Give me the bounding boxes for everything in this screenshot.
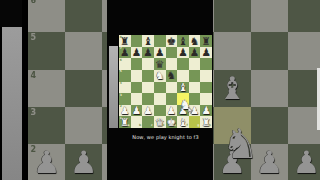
square-a3[interactable]: 3 [119, 93, 131, 105]
square-d5[interactable]: ♞ [154, 70, 166, 82]
square-g4[interactable] [189, 82, 201, 94]
video-frame: 8♜♝♚♝♞♜7♟♟♟♟♟♟♟6♛5♞♞4♝32♟♟♟♟♟♟♟1a♜bcd♛e♚… [0, 0, 320, 180]
square-c5[interactable] [142, 70, 154, 82]
square-h2[interactable]: ♟ [200, 105, 212, 117]
square-e6[interactable] [166, 58, 178, 70]
square-g2: ♟ [251, 144, 288, 180]
piece-black-pawn[interactable]: ♟ [154, 47, 166, 59]
square-h1[interactable]: h♜ [200, 116, 212, 128]
piece-black-knight[interactable]: ♞ [166, 70, 178, 82]
square-d2[interactable] [154, 105, 166, 117]
piece-white-rook[interactable]: ♜ [119, 116, 131, 128]
rank-label-6: 6 [120, 59, 122, 62]
piece-white-pawn[interactable]: ♟ [200, 105, 212, 117]
piece-black-bishop[interactable]: ♝ [142, 35, 154, 47]
square-a7[interactable]: 7♟ [119, 47, 131, 59]
square-b5[interactable] [131, 70, 143, 82]
square-b5 [65, 32, 102, 69]
square-a5: 5 [28, 32, 65, 69]
piece-white-pawn: ♟ [251, 144, 288, 180]
square-a4[interactable]: 4 [119, 82, 131, 94]
square-b3 [65, 107, 102, 144]
square-e3[interactable] [166, 93, 178, 105]
square-h4 [288, 70, 320, 107]
piece-black-pawn[interactable]: ♟ [142, 47, 154, 59]
square-g6 [251, 0, 288, 32]
file-label-e: e [174, 124, 176, 127]
piece-white-bishop[interactable]: ♝ [177, 82, 189, 94]
piece-white-queen[interactable]: ♛ [154, 116, 166, 128]
piece-black-pawn[interactable]: ♟ [177, 47, 189, 59]
piece-white-pawn[interactable]: ♟ [131, 105, 143, 117]
square-a5[interactable]: 5 [119, 70, 131, 82]
file-label-c: c [151, 124, 153, 127]
piece-black-king[interactable]: ♚ [166, 35, 178, 47]
square-e7[interactable] [166, 47, 178, 59]
square-f1[interactable]: f♝ [177, 116, 189, 128]
square-b1[interactable]: b [131, 116, 143, 128]
piece-black-pawn[interactable]: ♟ [189, 47, 201, 59]
square-f6[interactable] [177, 58, 189, 70]
file-label-b: b [139, 124, 141, 127]
square-e8[interactable]: ♚ [166, 35, 178, 47]
square-b6[interactable] [131, 58, 143, 70]
piece-black-pawn[interactable]: ♟ [131, 47, 143, 59]
square-h2: ♟ [288, 144, 320, 180]
square-f8[interactable]: ♝ [177, 35, 189, 47]
rank-label-8: 8 [120, 36, 122, 39]
rank-label-5: 5 [31, 34, 37, 42]
piece-white-knight[interactable]: ♞ [154, 70, 166, 82]
piece-white-pawn: ♟ [214, 144, 251, 180]
square-c7[interactable]: ♟ [142, 47, 154, 59]
square-c2[interactable]: ♟ [142, 105, 154, 117]
piece-white-bishop[interactable]: ♝ [177, 116, 189, 128]
square-g3 [251, 107, 288, 144]
file-label-g: g [197, 124, 199, 127]
square-b4[interactable] [131, 82, 143, 94]
square-f5 [214, 32, 251, 69]
square-h6 [288, 0, 320, 32]
square-d6[interactable]: ♛ [154, 58, 166, 70]
square-h5[interactable] [200, 70, 212, 82]
mouse-cursor-icon [188, 99, 193, 106]
square-g7[interactable]: ♟ [189, 47, 201, 59]
square-g5[interactable] [189, 70, 201, 82]
square-f4[interactable]: ♝ [177, 82, 189, 94]
square-e1[interactable]: e♚ [166, 116, 178, 128]
square-b2: ♟ [65, 144, 102, 180]
square-f3 [214, 107, 251, 144]
piece-white-pawn[interactable]: ♟ [119, 105, 131, 117]
square-a1[interactable]: 1a♜ [119, 116, 131, 128]
square-d3[interactable] [154, 93, 166, 105]
square-e5[interactable]: ♞ [166, 70, 178, 82]
file-label-d: d [162, 124, 164, 127]
square-f6 [214, 0, 251, 32]
square-b3[interactable] [131, 93, 143, 105]
file-label-a: a [128, 124, 130, 127]
square-c3[interactable] [142, 93, 154, 105]
rank-label-4: 4 [120, 82, 122, 85]
square-a2: 2♟ [28, 144, 65, 180]
piece-black-queen[interactable]: ♛ [154, 58, 166, 70]
square-e4[interactable] [166, 82, 178, 94]
piece-black-knight[interactable]: ♞ [189, 35, 201, 47]
square-f2: ♟ [214, 144, 251, 180]
square-g4 [251, 70, 288, 107]
rank-label-1: 1 [120, 117, 122, 120]
square-b8[interactable] [131, 35, 143, 47]
file-label-f: f [186, 124, 187, 127]
piece-white-rook[interactable]: ♜ [200, 116, 212, 128]
rank-label-6: 6 [31, 0, 37, 5]
piece-white-pawn[interactable]: ♟ [166, 105, 178, 117]
caption-text: Now, we play knight to f3 [119, 134, 212, 140]
square-a2[interactable]: 2♟ [119, 105, 131, 117]
square-b2[interactable]: ♟ [131, 105, 143, 117]
piece-black-bishop[interactable]: ♝ [177, 35, 189, 47]
background-gray-panel [2, 27, 22, 180]
square-g1[interactable]: g [189, 116, 201, 128]
piece-white-pawn[interactable]: ♟ [142, 105, 154, 117]
rank-label-5: 5 [120, 70, 122, 73]
square-a6[interactable]: 6 [119, 58, 131, 70]
square-g6[interactable] [189, 58, 201, 70]
square-h5 [288, 32, 320, 69]
square-h3 [288, 107, 320, 144]
piece-black-rook[interactable]: ♜ [119, 35, 131, 47]
square-d8[interactable] [154, 35, 166, 47]
rank-label-4: 4 [31, 72, 37, 80]
square-h8[interactable]: ♜ [200, 35, 212, 47]
rank-label-3: 3 [120, 94, 122, 97]
piece-white-pawn: ♟ [28, 144, 65, 180]
square-c6[interactable] [142, 58, 154, 70]
square-a8[interactable]: 8♜ [119, 35, 131, 47]
piece-white-bishop: ♝ [214, 70, 251, 107]
square-d4[interactable] [154, 82, 166, 94]
rank-label-7: 7 [120, 47, 122, 50]
square-c1[interactable]: c [142, 116, 154, 128]
piece-white-pawn: ♟ [65, 144, 102, 180]
piece-white-pawn: ♟ [288, 144, 320, 180]
square-h7[interactable]: ♟ [200, 47, 212, 59]
square-b6 [65, 0, 102, 32]
square-h4[interactable] [200, 82, 212, 94]
square-b4 [65, 70, 102, 107]
square-g8[interactable]: ♞ [189, 35, 201, 47]
piece-white-king[interactable]: ♚ [166, 116, 178, 128]
square-c4[interactable] [142, 82, 154, 94]
square-a4: 4 [28, 70, 65, 107]
square-g5 [251, 32, 288, 69]
square-c8[interactable]: ♝ [142, 35, 154, 47]
square-a6: 6 [28, 0, 65, 32]
rank-label-2: 2 [120, 105, 122, 108]
piece-black-rook[interactable]: ♜ [200, 35, 212, 47]
square-f7[interactable]: ♟ [177, 47, 189, 59]
square-h6[interactable] [200, 58, 212, 70]
scrollbar[interactable] [109, 46, 118, 128]
background-black-box [0, 0, 22, 27]
square-d7[interactable]: ♟ [154, 47, 166, 59]
square-h3[interactable] [200, 93, 212, 105]
square-f5[interactable] [177, 70, 189, 82]
square-d1[interactable]: d♛ [154, 116, 166, 128]
rank-label-2: 2 [31, 146, 37, 154]
square-f4: ♝ [214, 70, 251, 107]
chess-board[interactable]: 8♜♝♚♝♞♜7♟♟♟♟♟♟♟6♛5♞♞4♝32♟♟♟♟♟♟♟1a♜bcd♛e♚… [119, 35, 212, 128]
square-b7[interactable]: ♟ [131, 47, 143, 59]
piece-black-pawn[interactable]: ♟ [200, 47, 212, 59]
piece-black-pawn[interactable]: ♟ [119, 47, 131, 59]
file-label-h: h [209, 124, 211, 127]
square-a3: 3 [28, 107, 65, 144]
square-e2[interactable]: ♟ [166, 105, 178, 117]
rank-label-3: 3 [31, 109, 37, 117]
